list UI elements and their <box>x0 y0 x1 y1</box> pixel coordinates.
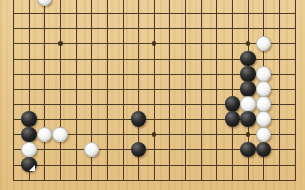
black-stone <box>256 142 272 158</box>
black-stone <box>131 111 147 127</box>
white-stone <box>21 142 37 158</box>
black-stone <box>21 157 37 173</box>
star-point <box>58 41 63 46</box>
white-stone <box>256 127 272 143</box>
white-stone <box>52 127 68 143</box>
white-stone <box>256 36 272 52</box>
black-stone <box>240 142 256 158</box>
black-stone <box>131 142 147 158</box>
star-point <box>152 41 157 46</box>
black-stone <box>225 111 241 127</box>
black-stone <box>21 127 37 143</box>
star-point <box>246 132 251 137</box>
star-point <box>152 132 157 137</box>
white-stone <box>240 96 256 112</box>
star-point <box>246 41 251 46</box>
last-move-marker <box>29 165 35 171</box>
black-stone <box>240 51 256 67</box>
white-stone <box>256 111 272 127</box>
white-stone <box>256 96 272 112</box>
go-board[interactable] <box>0 0 305 190</box>
black-stone <box>240 66 256 82</box>
black-stone <box>240 111 256 127</box>
black-stone <box>225 96 241 112</box>
white-stone <box>256 81 272 97</box>
black-stone <box>21 111 37 127</box>
white-stone <box>84 142 100 158</box>
white-stone <box>37 0 53 6</box>
white-stone <box>256 66 272 82</box>
black-stone <box>240 81 256 97</box>
white-stone <box>37 127 53 143</box>
